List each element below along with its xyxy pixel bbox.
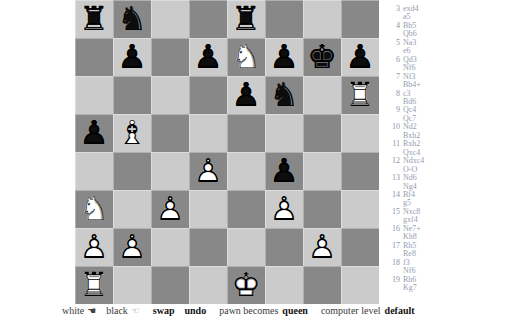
square-a6[interactable] [75,76,113,114]
white-rook-outline: ♖ [341,76,379,114]
black-pawn-outline: ♙ [227,76,265,114]
black-rook-outline: ♖ [227,0,265,38]
black-rook-outline: ♖ [75,0,113,38]
move-number: 14 [383,191,400,199]
square-h4[interactable] [341,152,379,190]
promotion-value[interactable]: queen [282,305,308,316]
black-player-control[interactable]: black ☜ [106,305,140,316]
square-c4[interactable] [151,152,189,190]
white-player-hand-icon[interactable]: ☚ [87,305,96,316]
move-text: Kg7 [403,284,417,292]
square-a1[interactable]: ♜♖ [75,266,113,304]
square-d4[interactable]: ♟♙ [189,152,227,190]
square-e1[interactable]: ♚♔ [227,266,265,304]
move-number: 9 [383,106,400,114]
move-number: 8 [383,90,400,98]
square-g2[interactable]: ♟♙ [303,228,341,266]
black-rook[interactable]: ♜♖ [227,0,265,38]
black-pawn[interactable]: ♟♙ [341,38,379,76]
square-e6[interactable]: ♟♙ [227,76,265,114]
black-pawn[interactable]: ♟♙ [227,76,265,114]
square-g8[interactable] [303,0,341,38]
square-h5[interactable] [341,114,379,152]
square-a5[interactable]: ♟♙ [75,114,113,152]
move-number: 13 [383,174,400,182]
square-d3[interactable] [189,190,227,228]
square-b2[interactable]: ♟♙ [113,228,151,266]
white-pawn-outline: ♙ [151,190,189,228]
move-number: 10 [383,123,400,131]
move-number: 3 [383,5,400,13]
move-number: 5 [383,39,400,47]
white-king-outline: ♔ [227,266,265,304]
square-f4[interactable]: ♟♙ [265,152,303,190]
square-g1[interactable] [303,266,341,304]
white-knight[interactable]: ♞♘ [227,38,265,76]
move-number: 16 [383,225,400,233]
move-number: 19 [383,276,400,284]
square-c6[interactable] [151,76,189,114]
square-b6[interactable] [113,76,151,114]
promotion-label: pawn becomes [219,305,278,316]
square-d1[interactable] [189,266,227,304]
white-pawn[interactable]: ♟♙ [151,190,189,228]
black-rook[interactable]: ♜♖ [75,0,113,38]
square-f7[interactable]: ♟♙ [265,38,303,76]
square-e5[interactable] [227,114,265,152]
square-h2[interactable] [341,228,379,266]
square-e8[interactable]: ♜♖ [227,0,265,38]
white-rook-outline: ♖ [75,266,113,304]
black-king-outline: ♔ [303,38,341,76]
square-g3[interactable] [303,190,341,228]
black-pawn-outline: ♙ [189,38,227,76]
square-c2[interactable] [151,228,189,266]
square-f2[interactable] [265,228,303,266]
white-knight[interactable]: ♞♘ [75,190,113,228]
white-pawn-outline: ♙ [113,228,151,266]
computer-level-label: computer level [321,305,381,316]
white-pawn[interactable]: ♟♙ [113,228,151,266]
white-knight-outline: ♘ [227,38,265,76]
square-d6[interactable] [189,76,227,114]
white-bishop-outline: ♗ [113,114,151,152]
square-d5[interactable] [189,114,227,152]
black-move-line: Kg7 [383,284,510,292]
square-e3[interactable] [227,190,265,228]
black-player-label: black [106,305,128,316]
square-b7[interactable]: ♟♙ [113,38,151,76]
white-pawn[interactable]: ♟♙ [189,152,227,190]
black-pawn-outline: ♙ [265,152,303,190]
square-b8[interactable]: ♞♘ [113,0,151,38]
square-h3[interactable] [341,190,379,228]
square-h6[interactable]: ♜♖ [341,76,379,114]
white-pawn[interactable]: ♟♙ [303,228,341,266]
black-pawn-outline: ♙ [341,38,379,76]
square-b3[interactable] [113,190,151,228]
white-pawn-outline: ♙ [303,228,341,266]
square-b4[interactable] [113,152,151,190]
square-g6[interactable] [303,76,341,114]
square-e4[interactable] [227,152,265,190]
square-d8[interactable] [189,0,227,38]
square-a7[interactable] [75,38,113,76]
square-h1[interactable] [341,266,379,304]
square-c8[interactable] [151,0,189,38]
move-number: 18 [383,259,400,267]
move-number: 7 [383,73,400,81]
move-number [383,284,400,292]
square-a2[interactable]: ♟♙ [75,228,113,266]
square-f1[interactable] [265,266,303,304]
square-a8[interactable]: ♜♖ [75,0,113,38]
white-pawn-outline: ♙ [265,190,303,228]
square-e2[interactable] [227,228,265,266]
move-number: 6 [383,56,400,64]
swap-button[interactable]: swap [153,305,175,316]
black-knight-outline: ♘ [265,76,303,114]
white-pawn[interactable]: ♟♙ [75,228,113,266]
square-d7[interactable]: ♟♙ [189,38,227,76]
white-pawn-outline: ♙ [189,152,227,190]
square-b1[interactable] [113,266,151,304]
square-a4[interactable] [75,152,113,190]
move-number: 4 [383,22,400,30]
white-knight-outline: ♘ [75,190,113,228]
white-pawn-outline: ♙ [75,228,113,266]
toolbar: white ☚ black ☜ swap undo pawn becomes q… [62,303,502,318]
black-king[interactable]: ♚♔ [303,38,341,76]
square-d2[interactable] [189,228,227,266]
black-pawn[interactable]: ♟♙ [75,114,113,152]
square-h8[interactable] [341,0,379,38]
move-number: 11 [383,140,400,148]
white-pawn[interactable]: ♟♙ [265,190,303,228]
black-pawn-outline: ♙ [113,38,151,76]
move-number: 12 [383,157,400,165]
black-knight[interactable]: ♞♘ [113,0,151,38]
black-pawn[interactable]: ♟♙ [265,152,303,190]
black-pawn-outline: ♙ [75,114,113,152]
square-c5[interactable] [151,114,189,152]
black-pawn[interactable]: ♟♙ [113,38,151,76]
square-f8[interactable] [265,0,303,38]
black-pawn[interactable]: ♟♙ [265,38,303,76]
square-g7[interactable]: ♚♔ [303,38,341,76]
move-number: 17 [383,242,400,250]
white-king[interactable]: ♚♔ [227,266,265,304]
black-knight-outline: ♘ [113,0,151,38]
white-player-label: white [62,305,84,316]
square-a3[interactable]: ♞♘ [75,190,113,228]
move-list: 3exd4a54Bb5Qb65Na3e66Qd3Nf67Nf3Bb4+8c3Bd… [383,5,510,292]
undo-button[interactable]: undo [185,305,207,316]
square-g5[interactable] [303,114,341,152]
promotion-control: pawn becomes queen [219,305,308,316]
square-g4[interactable] [303,152,341,190]
black-player-hand-icon[interactable]: ☜ [131,305,140,316]
square-e7[interactable]: ♞♘ [227,38,265,76]
square-c3[interactable]: ♟♙ [151,190,189,228]
black-pawn-outline: ♙ [265,38,303,76]
square-h7[interactable]: ♟♙ [341,38,379,76]
computer-level-control: computer level default [321,305,415,316]
square-f5[interactable] [265,114,303,152]
white-rook[interactable]: ♜♖ [341,76,379,114]
chess-board[interactable]: ♜♖♞♘♜♖♟♙♟♙♞♘♟♙♚♔♟♙♟♙♞♘♜♖♟♙♝♗♟♙♟♙♞♘♟♙♟♙♟♙… [75,0,379,304]
square-c1[interactable] [151,266,189,304]
computer-level-value[interactable]: default [385,305,415,316]
square-f6[interactable]: ♞♘ [265,76,303,114]
black-pawn[interactable]: ♟♙ [189,38,227,76]
black-knight[interactable]: ♞♘ [265,76,303,114]
square-f3[interactable]: ♟♙ [265,190,303,228]
square-c7[interactable] [151,38,189,76]
white-rook[interactable]: ♜♖ [75,266,113,304]
white-player-control[interactable]: white ☚ [62,305,96,316]
white-bishop[interactable]: ♝♗ [113,114,151,152]
square-b5[interactable]: ♝♗ [113,114,151,152]
move-number: 15 [383,208,400,216]
